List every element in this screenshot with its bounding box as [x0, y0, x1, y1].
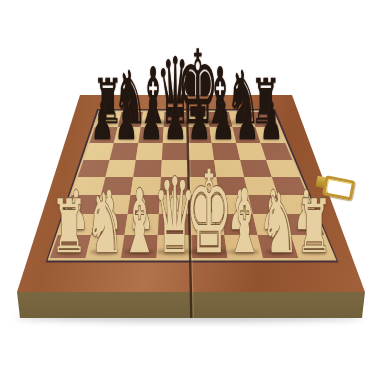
piece-shadow	[263, 137, 281, 141]
clasp-loop	[322, 175, 355, 200]
piece-white-knight-b1: ♞	[70, 189, 138, 256]
piece-white-queen-d1: ♛	[140, 172, 208, 257]
piece-shadow	[124, 249, 154, 255]
piece-shadow	[302, 249, 327, 254]
piece-white-pawn-e2: ♟	[173, 188, 241, 232]
piece-black-bishop-f8: ♝	[186, 63, 254, 127]
piece-shadow	[100, 227, 118, 231]
piece-shadow	[57, 249, 82, 254]
piece-shadow	[190, 137, 208, 141]
piece-black-pawn-h7: ♟	[238, 99, 306, 142]
piece-white-king-e1: ♚	[175, 164, 243, 257]
piece-shadow	[67, 227, 85, 231]
piece-shadow	[229, 249, 259, 255]
piece-shadow	[166, 137, 184, 141]
piece-shadow	[118, 137, 136, 141]
piece-shadow	[142, 137, 160, 141]
piece-shadow	[297, 227, 315, 231]
piece-shadow	[180, 119, 215, 126]
folding-chess-set-photo: ♜♞♝♛♚♝♞♜♟♟♟♟♟♟♟♟♟♟♟♟♟♟♟♟♜♞♝♛♚♝♞♜	[0, 0, 375, 375]
piece-shadow	[230, 120, 255, 125]
piece-shadow	[265, 249, 293, 255]
piece-black-pawn-c7: ♟	[117, 99, 185, 142]
piece-black-pawn-e7: ♟	[165, 99, 233, 142]
piece-shadow	[239, 137, 257, 141]
piece-black-pawn-g7: ♟	[213, 99, 281, 142]
brass-clasp-icon	[314, 170, 354, 202]
piece-black-pawn-a7: ♟	[69, 99, 137, 142]
piece-white-pawn-b2: ♟	[75, 188, 143, 232]
piece-shadow	[90, 249, 118, 255]
piece-white-pawn-a2: ♟	[42, 188, 110, 232]
piece-black-queen-d8: ♛	[141, 52, 209, 127]
piece-shadow	[160, 119, 191, 125]
piece-black-knight-b8: ♞	[96, 66, 164, 127]
piece-white-bishop-c1: ♝	[105, 184, 173, 256]
piece-shadow	[190, 248, 229, 256]
piece-white-pawn-f2: ♟	[206, 188, 274, 232]
box-drop-shadow	[16, 313, 362, 322]
piece-shadow	[132, 227, 150, 231]
piece-shadow	[117, 120, 142, 125]
piece-white-rook-a1: ♜	[35, 195, 103, 256]
piece-black-bishop-c8: ♝	[119, 63, 187, 127]
piece-black-pawn-b7: ♟	[93, 99, 161, 142]
piece-shadow	[139, 120, 166, 125]
piece-shadow	[157, 248, 192, 255]
piece-shadow	[264, 227, 282, 231]
piece-white-knight-g1: ♞	[245, 189, 313, 256]
piece-shadow	[214, 137, 232, 141]
piece-shadow	[207, 120, 234, 125]
piece-shadow	[198, 227, 216, 231]
piece-white-pawn-d2: ♟	[140, 188, 208, 232]
piece-shadow	[255, 121, 276, 125]
piece-shadow	[94, 137, 112, 141]
piece-black-rook-h8: ♜	[232, 75, 300, 126]
piece-shadow	[165, 227, 183, 231]
piece-white-bishop-f1: ♝	[210, 184, 278, 256]
piece-white-pawn-c2: ♟	[108, 188, 176, 232]
piece-black-pawn-d7: ♟	[141, 99, 209, 142]
piece-white-rook-h1: ♜	[280, 195, 348, 256]
piece-black-king-e8: ♚	[164, 44, 232, 128]
piece-black-rook-a8: ♜	[73, 75, 141, 126]
piece-black-pawn-f7: ♟	[189, 99, 257, 142]
piece-shadow	[97, 121, 118, 125]
piece-white-pawn-g2: ♟	[239, 188, 307, 232]
piece-black-knight-g8: ♞	[209, 66, 277, 127]
piece-shadow	[231, 227, 249, 231]
